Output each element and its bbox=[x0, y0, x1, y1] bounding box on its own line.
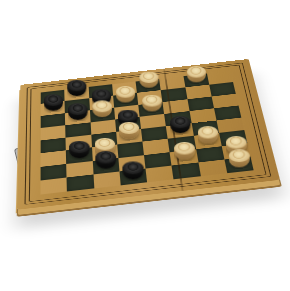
checker-piece-light bbox=[139, 72, 158, 89]
checker-piece-black bbox=[95, 151, 116, 170]
checker-top bbox=[43, 94, 62, 106]
checker-piece-light bbox=[142, 95, 162, 113]
checker-piece-light bbox=[116, 86, 135, 103]
board-square bbox=[90, 119, 116, 134]
product-photo-backdrop bbox=[0, 0, 290, 291]
checker-top bbox=[92, 100, 112, 112]
checker-piece-light bbox=[198, 126, 219, 144]
board-square bbox=[189, 108, 216, 123]
checker-piece-light bbox=[119, 122, 139, 140]
checker-piece-black bbox=[68, 103, 88, 121]
checker-top bbox=[95, 138, 116, 150]
board-square bbox=[224, 156, 253, 173]
checker-top bbox=[170, 116, 190, 128]
board-square bbox=[93, 171, 120, 188]
checker-piece-light bbox=[187, 66, 206, 83]
checker-piece-black bbox=[67, 80, 86, 97]
checker-top bbox=[142, 95, 162, 107]
checker-piece-black bbox=[69, 141, 90, 159]
checker-piece-black bbox=[43, 94, 62, 111]
checker-top bbox=[95, 151, 116, 164]
board-square bbox=[116, 129, 143, 145]
checker-top bbox=[139, 72, 158, 83]
checker-top bbox=[92, 89, 111, 101]
playing-field bbox=[41, 71, 254, 195]
board-square bbox=[119, 168, 147, 185]
checker-piece-light bbox=[92, 100, 112, 118]
checker-top bbox=[116, 86, 135, 98]
board-square bbox=[65, 122, 90, 137]
checker-top bbox=[198, 126, 219, 138]
checker-top bbox=[174, 142, 195, 155]
checker-top bbox=[67, 80, 86, 91]
board-square bbox=[89, 107, 114, 122]
checker-piece-light bbox=[174, 142, 195, 161]
board-square bbox=[41, 138, 66, 154]
board-square bbox=[172, 162, 201, 179]
checker-top bbox=[226, 136, 247, 149]
checker-piece-black bbox=[170, 116, 190, 134]
checker-top bbox=[68, 103, 88, 115]
board-square bbox=[166, 123, 193, 139]
board-square bbox=[67, 174, 94, 191]
checkers-board bbox=[17, 59, 280, 210]
checker-top bbox=[69, 141, 90, 153]
board-square bbox=[41, 177, 68, 194]
checker-piece-black bbox=[123, 161, 144, 180]
board-square bbox=[198, 159, 227, 176]
board-scene bbox=[18, 6, 264, 252]
checker-piece-light bbox=[229, 149, 250, 168]
board-square bbox=[145, 165, 173, 182]
